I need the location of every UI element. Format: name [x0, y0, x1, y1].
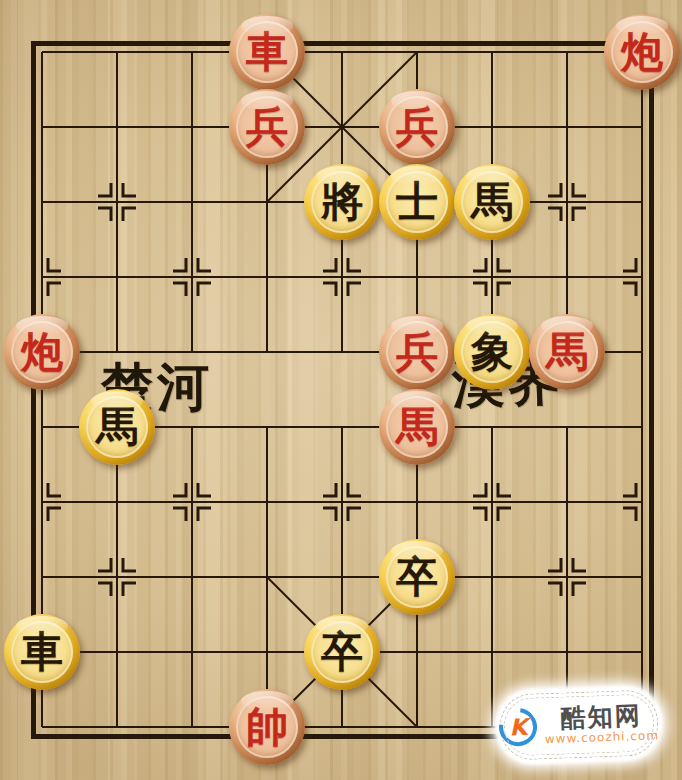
piece-red-cannon[interactable]: 炮	[4, 314, 80, 390]
watermark-site-name: 酷知网	[560, 703, 642, 732]
xiangqi-board-screenshot: 楚河 漢界 車炮兵兵將士馬炮兵象馬馬馬卒卒車帥 K 酷知网 www.coozhi…	[0, 0, 682, 780]
piece-label: 帥	[229, 689, 305, 765]
piece-black-soldier[interactable]: 卒	[379, 539, 455, 615]
piece-red-soldier[interactable]: 兵	[229, 89, 305, 165]
piece-label: 卒	[304, 614, 380, 690]
piece-label: 炮	[604, 14, 680, 90]
piece-label: 兵	[229, 89, 305, 165]
piece-red-general[interactable]: 帥	[229, 689, 305, 765]
piece-black-general[interactable]: 將	[304, 164, 380, 240]
piece-label: 炮	[4, 314, 80, 390]
piece-black-elephant[interactable]: 象	[454, 314, 530, 390]
piece-label: 象	[454, 314, 530, 390]
piece-black-horse[interactable]: 馬	[454, 164, 530, 240]
piece-red-soldier[interactable]: 兵	[379, 314, 455, 390]
piece-red-soldier[interactable]: 兵	[379, 89, 455, 165]
piece-black-chariot[interactable]: 車	[4, 614, 80, 690]
piece-black-advisor[interactable]: 士	[379, 164, 455, 240]
piece-red-horse[interactable]: 馬	[529, 314, 605, 390]
piece-label: 兵	[379, 314, 455, 390]
piece-label: 卒	[379, 539, 455, 615]
piece-label: 兵	[379, 89, 455, 165]
piece-label: 馬	[454, 164, 530, 240]
piece-red-horse[interactable]: 馬	[379, 389, 455, 465]
coozhi-logo-icon: K	[499, 707, 538, 746]
piece-label: 車	[229, 14, 305, 90]
piece-label: 馬	[529, 314, 605, 390]
piece-red-cannon[interactable]: 炮	[604, 14, 680, 90]
piece-black-horse[interactable]: 馬	[79, 389, 155, 465]
watermark-url: www.coozhi.com	[545, 730, 659, 747]
watermark-stamp: K 酷知网 www.coozhi.com	[496, 686, 662, 764]
piece-label: 將	[304, 164, 380, 240]
piece-label: 馬	[79, 389, 155, 465]
piece-label: 車	[4, 614, 80, 690]
piece-black-soldier[interactable]: 卒	[304, 614, 380, 690]
pieces-layer: 車炮兵兵將士馬炮兵象馬馬馬卒卒車帥	[0, 0, 682, 780]
piece-label: 士	[379, 164, 455, 240]
piece-red-chariot[interactable]: 車	[229, 14, 305, 90]
piece-label: 馬	[379, 389, 455, 465]
